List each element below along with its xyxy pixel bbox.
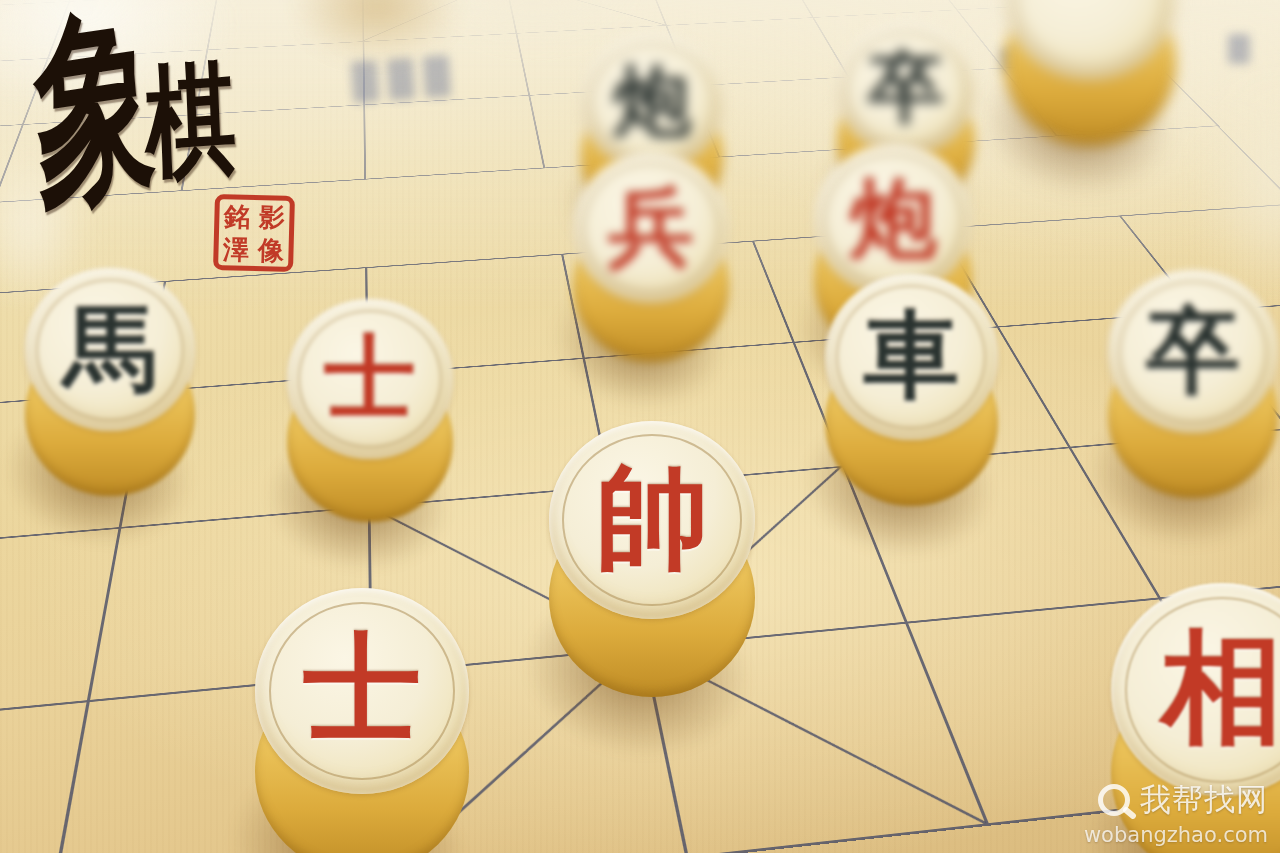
board-cell xyxy=(543,157,752,254)
studio-seal: 銘 影 澤 像 xyxy=(213,194,295,272)
magnifier-icon xyxy=(1098,784,1130,816)
seal-char: 像 xyxy=(258,237,285,264)
board-cell xyxy=(181,105,365,191)
photo-stage: 炮卒兵炮馬士車卒帥士相 象 棋 銘 影 澤 像 我帮找网 wobangzhao.… xyxy=(0,0,1280,853)
board-cell xyxy=(144,267,367,391)
watermark: 我帮找网 wobangzhao.com xyxy=(1084,779,1268,847)
board-cell xyxy=(364,168,561,268)
board-cell xyxy=(119,374,368,527)
board-cell xyxy=(515,25,689,95)
board-cell xyxy=(0,114,195,202)
watermark-site-url: wobangzhao.com xyxy=(1084,823,1268,847)
watermark-row: 我帮找网 xyxy=(1098,779,1268,821)
board-cell xyxy=(22,50,206,125)
board-cell xyxy=(45,673,372,853)
board-cell xyxy=(195,41,364,114)
board-cell xyxy=(0,190,181,295)
board-cell xyxy=(365,254,582,374)
board-cell xyxy=(366,358,608,506)
xiangqi-board xyxy=(0,0,1280,853)
board-cell xyxy=(87,506,370,700)
seal-char: 澤 xyxy=(223,236,250,263)
board-cell xyxy=(561,241,792,358)
seal-char: 銘 xyxy=(224,203,251,230)
board-cell xyxy=(363,95,543,179)
board-cell xyxy=(0,281,164,408)
blurred-board-print xyxy=(1228,34,1250,64)
board-cell xyxy=(528,86,718,168)
board-cell xyxy=(368,486,642,673)
watermark-site-name: 我帮找网 xyxy=(1140,779,1268,821)
board-grid xyxy=(0,0,1280,853)
seal-char: 影 xyxy=(259,204,286,231)
board-cell xyxy=(363,33,529,104)
